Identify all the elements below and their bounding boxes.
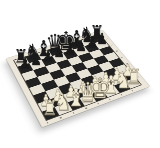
piece-white-rook-h1[interactable]: ♜ [126,67,142,88]
piece-black-pawn-a7[interactable]: ♟ [19,56,31,71]
piece-black-pawn-b7[interactable]: ♟ [31,52,43,67]
piece-black-pawn-h7[interactable]: ♟ [96,32,108,47]
pieces-layer: ♜♞♝♛♚♝♞♜♟♟♟♟♟♟♟♟♟♟♟♟♟♟♟♟♜♞♝♛♚♝♞♜ [0,0,160,148]
chess-set-photo: ♜♞♝♛♚♝♞♜♟♟♟♟♟♟♟♟♟♟♟♟♟♟♟♟♜♞♝♛♚♝♞♜ [0,0,160,148]
piece-black-pawn-c7[interactable]: ♟ [42,49,54,64]
